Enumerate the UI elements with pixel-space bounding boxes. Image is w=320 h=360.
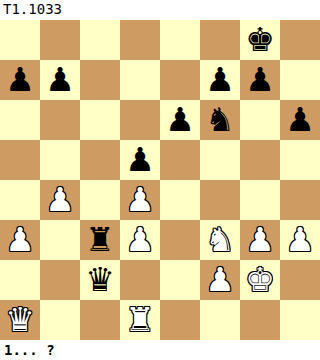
square-h7[interactable] [280,60,320,100]
square-d5[interactable]: ♟ [120,140,160,180]
chess-board: ♚♟♟♟♟♟♞♟♟♟♟♟♜♟♞♟♟♛♟♚♛♜ [0,20,320,340]
square-h3[interactable]: ♟ [280,220,320,260]
square-b6[interactable] [40,100,80,140]
square-a7[interactable]: ♟ [0,60,40,100]
square-e2[interactable] [160,260,200,300]
square-e3[interactable] [160,220,200,260]
square-f8[interactable] [200,20,240,60]
square-b3[interactable] [40,220,80,260]
square-a4[interactable] [0,180,40,220]
square-g8[interactable]: ♚ [240,20,280,60]
puzzle-title: T1.1033 [0,0,320,20]
square-a6[interactable] [0,100,40,140]
square-c3[interactable]: ♜ [80,220,120,260]
square-c5[interactable] [80,140,120,180]
piece-white-pawn: ♟ [200,260,240,300]
square-d6[interactable] [120,100,160,140]
square-h1[interactable] [280,300,320,340]
square-c7[interactable] [80,60,120,100]
piece-white-pawn: ♟ [40,180,80,220]
square-h2[interactable] [280,260,320,300]
square-e6[interactable]: ♟ [160,100,200,140]
piece-black-pawn: ♟ [280,100,320,140]
square-g4[interactable] [240,180,280,220]
move-prompt: 1... ? [0,340,320,360]
piece-black-pawn: ♟ [240,60,280,100]
square-g2[interactable]: ♚ [240,260,280,300]
piece-black-pawn: ♟ [160,100,200,140]
piece-white-knight: ♞ [200,220,240,260]
square-g6[interactable] [240,100,280,140]
piece-black-pawn: ♟ [40,60,80,100]
square-d3[interactable]: ♟ [120,220,160,260]
piece-black-knight: ♞ [200,100,240,140]
square-g7[interactable]: ♟ [240,60,280,100]
square-e8[interactable] [160,20,200,60]
square-b8[interactable] [40,20,80,60]
piece-white-pawn: ♟ [120,220,160,260]
square-e5[interactable] [160,140,200,180]
square-g1[interactable] [240,300,280,340]
square-b4[interactable]: ♟ [40,180,80,220]
square-b1[interactable] [40,300,80,340]
square-a2[interactable] [0,260,40,300]
square-h8[interactable] [280,20,320,60]
piece-white-pawn: ♟ [280,220,320,260]
piece-black-rook: ♜ [80,220,120,260]
square-a1[interactable]: ♛ [0,300,40,340]
square-b5[interactable] [40,140,80,180]
square-c2[interactable]: ♛ [80,260,120,300]
piece-black-pawn: ♟ [200,60,240,100]
square-d8[interactable] [120,20,160,60]
square-f4[interactable] [200,180,240,220]
square-a3[interactable]: ♟ [0,220,40,260]
square-f5[interactable] [200,140,240,180]
square-b2[interactable] [40,260,80,300]
square-h6[interactable]: ♟ [280,100,320,140]
square-f7[interactable]: ♟ [200,60,240,100]
square-e7[interactable] [160,60,200,100]
square-c8[interactable] [80,20,120,60]
square-c4[interactable] [80,180,120,220]
piece-black-queen: ♛ [80,260,120,300]
square-f2[interactable]: ♟ [200,260,240,300]
square-d4[interactable]: ♟ [120,180,160,220]
square-c1[interactable] [80,300,120,340]
piece-white-queen: ♛ [0,300,40,340]
square-g3[interactable]: ♟ [240,220,280,260]
piece-black-pawn: ♟ [120,140,160,180]
square-d7[interactable] [120,60,160,100]
square-h5[interactable] [280,140,320,180]
piece-white-king: ♚ [240,260,280,300]
square-e1[interactable] [160,300,200,340]
square-f1[interactable] [200,300,240,340]
square-f6[interactable]: ♞ [200,100,240,140]
square-g5[interactable] [240,140,280,180]
piece-white-pawn: ♟ [0,220,40,260]
piece-white-rook: ♜ [120,300,160,340]
square-f3[interactable]: ♞ [200,220,240,260]
piece-white-pawn: ♟ [120,180,160,220]
square-d2[interactable] [120,260,160,300]
piece-white-pawn: ♟ [240,220,280,260]
piece-black-king: ♚ [240,20,280,60]
square-h4[interactable] [280,180,320,220]
square-a5[interactable] [0,140,40,180]
piece-black-pawn: ♟ [0,60,40,100]
square-d1[interactable]: ♜ [120,300,160,340]
square-c6[interactable] [80,100,120,140]
square-b7[interactable]: ♟ [40,60,80,100]
square-a8[interactable] [0,20,40,60]
square-e4[interactable] [160,180,200,220]
